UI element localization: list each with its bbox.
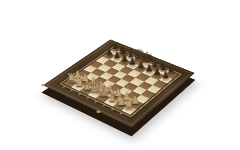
chess-board-grid: ♜♟♟♜♞♟♟♞♝♟♟♝♛♟♟♛♚♟♟♚♝♟♟♝♞♟♟♞♜♟♟♜ bbox=[62, 48, 180, 116]
product-photo: ♜♟♟♜♞♟♟♞♝♟♟♝♛♟♟♛♚♟♟♚♝♟♟♝♞♟♟♞♜♟♟♜ bbox=[0, 0, 240, 150]
piece-glyph: ♟ bbox=[161, 71, 170, 81]
piece-glyph: ♟ bbox=[128, 57, 137, 67]
chess-board: ♜♟♟♜♞♟♟♞♝♟♟♝♛♟♟♛♚♟♟♚♝♟♟♝♞♟♟♞♜♟♟♜ bbox=[43, 40, 194, 128]
scene: ♜♟♟♜♞♟♟♞♝♟♟♝♛♟♟♛♚♟♟♚♝♟♟♝♞♟♟♞♜♟♟♜ bbox=[0, 0, 240, 150]
board-frame: ♜♟♟♜♞♟♟♞♝♟♟♝♛♟♟♛♚♟♟♚♝♟♟♝♞♟♟♞♜♟♟♜ bbox=[43, 40, 194, 128]
piece-glyph: ♟ bbox=[136, 61, 145, 71]
piece-glyph: ♜ bbox=[124, 98, 136, 111]
